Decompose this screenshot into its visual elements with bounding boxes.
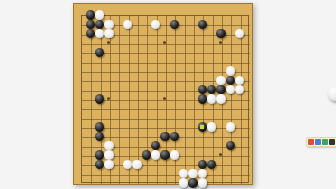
stone-white (104, 20, 113, 29)
grid-line-h (82, 109, 250, 110)
stone-black (160, 150, 169, 159)
stone-white (132, 160, 141, 169)
stone-white (151, 150, 160, 159)
stone-black (95, 94, 104, 103)
toolbar-icon-1[interactable] (315, 139, 321, 145)
stone-white (104, 29, 113, 38)
stone-black (198, 20, 207, 29)
stone-white (226, 122, 235, 131)
grid-line-v (241, 16, 242, 184)
stone-white (179, 178, 188, 187)
stone-white (226, 66, 235, 75)
grid-line-v (231, 16, 232, 184)
stone-black (170, 132, 179, 141)
stone-black (170, 20, 179, 29)
stone-white (207, 122, 216, 131)
stone-white (170, 150, 179, 159)
toolbar-icon-2[interactable] (322, 139, 328, 145)
stone-black (95, 122, 104, 131)
stone-white (216, 76, 225, 85)
stone-black (226, 76, 235, 85)
stone-white (188, 169, 197, 178)
toolbar-icon-0[interactable] (308, 139, 314, 145)
go-app-screen (0, 0, 336, 189)
stone-white (207, 94, 216, 103)
last-move-marker (200, 125, 204, 129)
stone-white (104, 141, 113, 150)
mini-toolbar[interactable] (306, 137, 336, 147)
grid-line-v (194, 16, 195, 184)
stone-white (95, 10, 104, 19)
stone-white (216, 94, 225, 103)
grid-line-h (82, 175, 250, 176)
stone-white (198, 178, 207, 187)
stone-black (216, 85, 225, 94)
stone-black (198, 160, 207, 169)
grid-line-v (185, 16, 186, 184)
stone-black (216, 29, 225, 38)
stone-black (86, 20, 95, 29)
grid-line-h (82, 128, 250, 129)
toolbar-icon-3[interactable] (329, 139, 335, 145)
go-board[interactable] (73, 3, 253, 185)
stone-black (95, 150, 104, 159)
stone-white (104, 160, 113, 169)
grid-line-h (82, 119, 250, 120)
stone-black (188, 178, 197, 187)
white-stone-button[interactable] (328, 86, 336, 101)
stone-black (142, 150, 151, 159)
stone-black (86, 10, 95, 19)
stone-black (160, 132, 169, 141)
stone-black (198, 94, 207, 103)
stone-white (104, 150, 113, 159)
